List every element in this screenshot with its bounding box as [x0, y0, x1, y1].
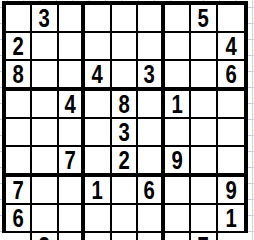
cell-r3c8[interactable]: [191, 61, 217, 91]
cell-r4c4[interactable]: [85, 91, 111, 119]
cell-r6c9[interactable]: [218, 147, 244, 177]
cell-r3c5[interactable]: [112, 61, 138, 91]
cell-r8c9: 1: [218, 205, 244, 233]
cell-r4c7: 1: [165, 91, 191, 119]
cell-r8c5[interactable]: [112, 205, 138, 233]
cell-r7c9: 9: [218, 177, 244, 205]
cell-r4c8[interactable]: [191, 91, 217, 119]
cell-r6c6[interactable]: [138, 147, 164, 177]
cell-r4c6[interactable]: [138, 91, 164, 119]
cell-r2c9: 4: [218, 33, 244, 61]
given-digit: 4: [64, 91, 75, 117]
given-digit: 7: [13, 177, 24, 203]
cell-r5c7[interactable]: [165, 119, 191, 147]
given-digit: 2: [39, 233, 50, 240]
cell-r7c2[interactable]: [32, 177, 58, 205]
cell-r1c3[interactable]: [59, 5, 85, 33]
cell-r2c7[interactable]: [165, 33, 191, 61]
cell-r6c2[interactable]: [32, 147, 58, 177]
cell-r2c5[interactable]: [112, 33, 138, 61]
cell-r2c2[interactable]: [32, 33, 58, 61]
sudoku-board: 35248436481372971696127: [2, 1, 248, 233]
cell-r9c9[interactable]: [218, 233, 244, 240]
cell-r5c4[interactable]: [85, 119, 111, 147]
cell-r5c9[interactable]: [218, 119, 244, 147]
cell-r8c2[interactable]: [32, 205, 58, 233]
cell-r6c5: 2: [112, 147, 138, 177]
given-digit: 9: [225, 177, 236, 203]
given-digit: 1: [225, 205, 236, 231]
cell-r3c3[interactable]: [59, 61, 85, 91]
cell-r4c3: 4: [59, 91, 85, 119]
cell-r2c6[interactable]: [138, 33, 164, 61]
given-digit: 7: [198, 233, 209, 240]
cell-r7c8[interactable]: [191, 177, 217, 205]
given-digit: 6: [13, 205, 24, 231]
given-digit: 7: [64, 147, 75, 173]
cell-r5c8[interactable]: [191, 119, 217, 147]
cell-r7c4: 1: [85, 177, 111, 205]
cell-r1c7[interactable]: [165, 5, 191, 33]
cell-r5c1[interactable]: [6, 119, 32, 147]
cell-r9c1[interactable]: [6, 233, 32, 240]
cell-r3c1: 8: [6, 61, 32, 91]
cell-r1c5[interactable]: [112, 5, 138, 33]
cell-r6c1[interactable]: [6, 147, 32, 177]
cell-r5c2[interactable]: [32, 119, 58, 147]
cell-r6c7: 9: [165, 147, 191, 177]
given-digit: 4: [225, 33, 236, 59]
given-digit: 3: [144, 61, 155, 87]
given-digit: 3: [39, 5, 50, 31]
cell-r4c5: 8: [112, 91, 138, 119]
cell-r9c4[interactable]: [85, 233, 111, 240]
cell-r1c6[interactable]: [138, 5, 164, 33]
cell-r8c6[interactable]: [138, 205, 164, 233]
cell-r6c8[interactable]: [191, 147, 217, 177]
cell-r7c6: 6: [138, 177, 164, 205]
cell-r5c5: 3: [112, 119, 138, 147]
cell-r1c4[interactable]: [85, 5, 111, 33]
given-digit: 9: [171, 147, 182, 173]
cell-r5c3[interactable]: [59, 119, 85, 147]
cell-r8c4[interactable]: [85, 205, 111, 233]
cell-r8c8[interactable]: [191, 205, 217, 233]
given-digit: 2: [13, 33, 24, 59]
cell-r9c6[interactable]: [138, 233, 164, 240]
given-digit: 6: [225, 61, 236, 87]
cell-r1c9[interactable]: [218, 5, 244, 33]
cell-r4c2[interactable]: [32, 91, 58, 119]
cell-r2c4[interactable]: [85, 33, 111, 61]
cell-r9c3[interactable]: [59, 233, 85, 240]
cell-r1c2: 3: [32, 5, 58, 33]
given-digit: 3: [118, 119, 129, 145]
cell-r4c9[interactable]: [218, 91, 244, 119]
cell-r2c1: 2: [6, 33, 32, 61]
cell-r3c6: 3: [138, 61, 164, 91]
cell-r2c8[interactable]: [191, 33, 217, 61]
cell-r6c4[interactable]: [85, 147, 111, 177]
given-digit: 2: [118, 147, 129, 173]
given-digit: 8: [118, 91, 129, 117]
cell-r9c8: 7: [191, 233, 217, 240]
given-digit: 5: [198, 5, 209, 31]
cell-r9c2: 2: [32, 233, 58, 240]
given-digit: 1: [92, 177, 103, 203]
cell-r2c3[interactable]: [59, 33, 85, 61]
given-digit: 8: [13, 61, 24, 87]
cell-r1c8: 5: [191, 5, 217, 33]
cell-r6c3: 7: [59, 147, 85, 177]
given-digit: 1: [171, 91, 182, 117]
cell-r8c3[interactable]: [59, 205, 85, 233]
cell-r9c5[interactable]: [112, 233, 138, 240]
cell-r4c1[interactable]: [6, 91, 32, 119]
cell-r5c6[interactable]: [138, 119, 164, 147]
given-digit: 4: [92, 61, 103, 87]
cell-r3c7[interactable]: [165, 61, 191, 91]
cell-r7c1: 7: [6, 177, 32, 205]
cell-r3c4: 4: [85, 61, 111, 91]
cell-r8c1: 6: [6, 205, 32, 233]
cell-r7c5[interactable]: [112, 177, 138, 205]
cell-r3c2[interactable]: [32, 61, 58, 91]
given-digit: 6: [144, 177, 155, 203]
cell-r3c9: 6: [218, 61, 244, 91]
cell-r7c3[interactable]: [59, 177, 85, 205]
cell-r8c7[interactable]: [165, 205, 191, 233]
cell-r9c7[interactable]: [165, 233, 191, 240]
sudoku-screenshot: 35248436481372971696127: [0, 0, 254, 240]
cell-r7c7[interactable]: [165, 177, 191, 205]
cell-r1c1[interactable]: [6, 5, 32, 33]
